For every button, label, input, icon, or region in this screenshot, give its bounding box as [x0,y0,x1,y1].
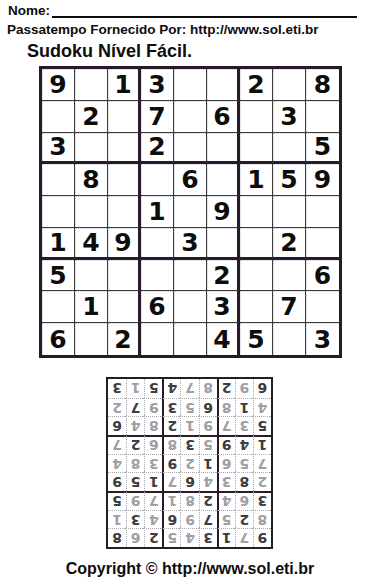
puzzle-cell-r1c3: 1 [108,69,141,101]
puzzle-cell-r8c5 [174,291,207,323]
solution-cell-r8c4: 6 [199,398,217,417]
solution-cell-r8c1: 4 [253,398,271,417]
solution-cell-r6c6: 8 [162,435,180,454]
puzzle-cell-r1c6 [207,69,240,101]
solution-cell-r5c3: 6 [217,454,235,473]
solution-cell-r6c9: 7 [108,435,126,454]
puzzle-cell-r1c7: 2 [240,69,273,101]
solution-cell-r4c3: 3 [217,472,235,491]
puzzle-cell-r5c7 [240,196,273,228]
solution-cell-r9c1: 6 [253,379,271,398]
puzzle-cell-r3c2 [75,133,108,165]
puzzle-cell-r4c1 [42,164,75,196]
puzzle-cell-r2c6: 6 [207,101,240,133]
puzzle-cell-r2c3 [108,101,141,133]
puzzle-cell-r8c2: 1 [75,291,108,323]
solution-cell-r5c8: 8 [126,454,144,473]
puzzle-cell-r2c4: 7 [141,101,174,133]
solution-cell-r4c4: 4 [199,472,217,491]
solution-cell-r6c8: 2 [126,435,144,454]
puzzle-cell-r4c3 [108,164,141,196]
solution-cell-r2c1: 8 [253,510,271,529]
puzzle-cell-r4c4 [141,164,174,196]
solution-cell-r2c6: 6 [162,510,180,529]
puzzle-cell-r3c4: 2 [141,133,174,165]
puzzle-cell-r8c4: 6 [141,291,174,323]
puzzle-cell-r1c4: 3 [141,69,174,101]
solution-cell-r3c5: 8 [180,491,198,510]
solution-cell-r9c8: 1 [126,379,144,398]
solution-cell-r7c5: 1 [180,416,198,435]
puzzle-cell-r5c6: 9 [207,196,240,228]
puzzle-cell-r5c8 [273,196,306,228]
puzzle-cell-r9c5 [174,323,207,355]
puzzle-cell-r7c1: 5 [42,260,75,292]
solution-cell-r3c7: 7 [144,491,162,510]
page: Nome: Passatempo Fornecido Por: http://w… [0,0,380,585]
solution-cell-r7c4: 9 [199,416,217,435]
puzzle-cell-r5c5 [174,196,207,228]
solution-cell-r9c9: 3 [108,379,126,398]
puzzle-cell-r2c1 [42,101,75,133]
solution-cell-r5c2: 5 [235,454,253,473]
puzzle-cell-r3c8 [273,133,306,165]
puzzle-cell-r8c9 [306,291,339,323]
solution-cell-r7c1: 5 [253,416,271,435]
puzzle-cell-r7c9: 6 [306,260,339,292]
puzzle-cell-r9c1: 6 [42,323,75,355]
solution-cell-r3c8: 9 [126,491,144,510]
solution-cell-r8c3: 8 [217,398,235,417]
solution-grid: 9713452688257964313642817952834671597561… [106,377,273,549]
solution-cell-r9c5: 7 [180,379,198,398]
solution-cell-r6c4: 5 [199,435,217,454]
puzzle-cell-r8c7 [240,291,273,323]
solution-cell-r3c1: 3 [253,491,271,510]
solution-cell-r8c8: 7 [126,398,144,417]
puzzle-cell-r7c7 [240,260,273,292]
puzzle-cell-r4c9: 9 [306,164,339,196]
puzzle-cell-r4c8: 5 [273,164,306,196]
solution-cell-r6c5: 3 [180,435,198,454]
solution-cell-r7c2: 3 [235,416,253,435]
solution-cell-r5c9: 4 [108,454,126,473]
solution-cell-r2c8: 3 [126,510,144,529]
solution-cell-r5c5: 2 [180,454,198,473]
puzzle-cell-r6c3: 9 [108,228,141,260]
solution-cell-r2c7: 4 [144,510,162,529]
name-label: Nome: [8,3,50,18]
puzzle-cell-r7c3 [108,260,141,292]
puzzle-cell-r3c6 [207,133,240,165]
puzzle-cell-r3c5 [174,133,207,165]
puzzle-cell-r6c2: 4 [75,228,108,260]
solution-cell-r8c2: 1 [235,398,253,417]
solution-cell-r8c7: 9 [144,398,162,417]
name-fill-line [52,3,357,18]
solution-cell-r3c9: 5 [108,491,126,510]
solution-cell-r6c2: 4 [235,435,253,454]
solution-cell-r5c6: 9 [162,454,180,473]
solution-cell-r4c9: 9 [108,472,126,491]
solution-cell-r9c6: 4 [162,379,180,398]
solution-cell-r9c7: 5 [144,379,162,398]
puzzle-cell-r7c2 [75,260,108,292]
solution-cell-r4c5: 6 [180,472,198,491]
puzzle-cell-r1c5 [174,69,207,101]
solution-cell-r6c1: 1 [253,435,271,454]
solution-cell-r3c2: 6 [235,491,253,510]
solution-cell-r1c1: 9 [253,528,271,547]
solution-cell-r1c8: 6 [126,528,144,547]
solution-cell-r8c6: 3 [162,398,180,417]
solution-cell-r9c4: 8 [199,379,217,398]
puzzle-cell-r6c5: 3 [174,228,207,260]
puzzle-cell-r9c9: 3 [306,323,339,355]
copyright-text: Copyright © http://www.sol.eti.br [0,560,380,578]
puzzle-cell-r2c9 [306,101,339,133]
puzzle-cell-r8c3 [108,291,141,323]
puzzle-cell-r2c2: 2 [75,101,108,133]
puzzle-cell-r2c7 [240,101,273,133]
solution-cell-r1c4: 3 [199,528,217,547]
puzzle-cell-r6c9 [306,228,339,260]
solution-cell-r1c6: 5 [162,528,180,547]
solution-cell-r1c2: 7 [235,528,253,547]
solution-cell-r9c3: 2 [217,379,235,398]
solution-cell-r4c7: 1 [144,472,162,491]
puzzle-cell-r7c4 [141,260,174,292]
puzzle-cell-r9c7: 5 [240,323,273,355]
puzzle-cell-r5c3 [108,196,141,228]
puzzle-cell-r3c1: 3 [42,133,75,165]
solution-cell-r3c6: 1 [162,491,180,510]
solution-cell-r4c8: 5 [126,472,144,491]
solution-cell-r5c4: 1 [199,454,217,473]
puzzle-cell-r3c9: 5 [306,133,339,165]
puzzle-cell-r5c1 [42,196,75,228]
solution-cell-r8c9: 2 [108,398,126,417]
puzzle-cell-r8c1 [42,291,75,323]
puzzle-cell-r9c8 [273,323,306,355]
puzzle-cell-r6c4 [141,228,174,260]
provided-by-text: Passatempo Fornecido Por: http://www.sol… [7,22,319,37]
solution-cell-r1c9: 8 [108,528,126,547]
solution-cell-r6c3: 9 [217,435,235,454]
solution-cell-r9c2: 9 [235,379,253,398]
puzzle-cell-r6c6 [207,228,240,260]
solution-cell-r7c8: 4 [126,416,144,435]
puzzle-cell-r4c7: 1 [240,164,273,196]
page-title: Sudoku Nível Fácil. [27,41,192,62]
solution-cell-r2c3: 5 [217,510,235,529]
puzzle-cell-r1c2 [75,69,108,101]
puzzle-cell-r9c6: 4 [207,323,240,355]
puzzle-cell-r1c8 [273,69,306,101]
puzzle-cell-r1c9: 8 [306,69,339,101]
puzzle-cell-r1c1: 9 [42,69,75,101]
puzzle-cell-r7c8 [273,260,306,292]
solution-cell-r2c9: 1 [108,510,126,529]
solution-cell-r3c3: 4 [217,491,235,510]
puzzle-cell-r6c1: 1 [42,228,75,260]
solution-cell-r4c2: 8 [235,472,253,491]
puzzle-cell-r3c3 [108,133,141,165]
solution-cell-r2c4: 7 [199,510,217,529]
puzzle-cell-r5c9 [306,196,339,228]
solution-cell-r7c7: 8 [144,416,162,435]
puzzle-cell-r9c2 [75,323,108,355]
puzzle-cell-r5c4: 1 [141,196,174,228]
solution-cell-r7c3: 7 [217,416,235,435]
puzzle-cell-r2c5 [174,101,207,133]
solution-cell-r4c6: 7 [162,472,180,491]
solution-cell-r8c5: 5 [180,398,198,417]
puzzle-cell-r5c2 [75,196,108,228]
puzzle-cell-r3c7 [240,133,273,165]
puzzle-cell-r7c5 [174,260,207,292]
puzzle-cell-r4c6 [207,164,240,196]
solution-cell-r4c1: 2 [253,472,271,491]
solution-cell-r7c9: 6 [108,416,126,435]
puzzle-cell-r6c8: 2 [273,228,306,260]
solution-cell-r1c3: 1 [217,528,235,547]
solution-cell-r7c6: 2 [162,416,180,435]
solution-cell-r6c7: 6 [144,435,162,454]
puzzle-cell-r2c8: 3 [273,101,306,133]
solution-cell-r5c1: 7 [253,454,271,473]
puzzle-cell-r9c4 [141,323,174,355]
solution-cell-r2c5: 9 [180,510,198,529]
puzzle-cell-r4c2: 8 [75,164,108,196]
puzzle-cell-r6c7 [240,228,273,260]
solution-cell-r1c5: 4 [180,528,198,547]
puzzle-cell-r8c8: 7 [273,291,306,323]
solution-cell-r5c7: 3 [144,454,162,473]
name-field-row: Nome: [8,3,357,18]
puzzle-cell-r9c3: 2 [108,323,141,355]
puzzle-cell-r8c6: 3 [207,291,240,323]
puzzle-cell-r4c5: 6 [174,164,207,196]
puzzle-cell-r7c6: 2 [207,260,240,292]
solution-cell-r3c4: 2 [199,491,217,510]
puzzle-grid: 913282763325861591914932526163762453 [39,66,342,358]
solution-cell-r2c2: 2 [235,510,253,529]
solution-cell-r1c7: 2 [144,528,162,547]
